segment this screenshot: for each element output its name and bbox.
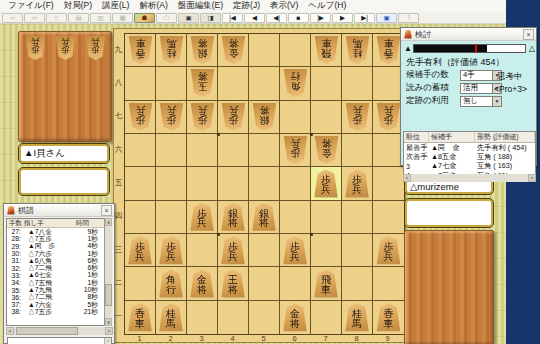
piece-kanji: 銀将: [252, 103, 277, 131]
piece-kanji: 王将: [221, 269, 246, 297]
setting-dropdown-value[interactable]: 活用: [460, 83, 492, 94]
shogi-piece-icon: [7, 206, 15, 215]
piece-kanji: 飛車: [314, 36, 339, 64]
shogi-piece-飛車[interactable]: 飛車: [314, 36, 339, 64]
kifu-window: 棋譜 × 手数指し手時間 27:▲7八金9秒28:△7五歩1秒29:▲同 歩4秒…: [3, 203, 115, 344]
piece-kanji: 歩兵: [159, 236, 184, 264]
shogi-piece-銀将[interactable]: 銀将: [221, 203, 246, 231]
square-8-8[interactable]: [342, 67, 373, 100]
analysis-close-button[interactable]: ×: [523, 29, 534, 40]
move-number: 29:: [7, 243, 22, 250]
move-number: 36:: [7, 294, 22, 301]
square-8-9[interactable]: 桂馬: [342, 34, 373, 67]
shogi-piece-金将[interactable]: 金将: [221, 36, 246, 64]
rank-label-一: 一: [114, 300, 123, 333]
scroll-right-icon[interactable]: >: [528, 174, 536, 182]
menu-item-lecture[interactable]: 講座(L): [97, 0, 134, 12]
analysis-window: 検討 × ▲ △ 先手有利（評価値 454） 候補手の数4手▼読みの蓄積活用▼定…: [400, 27, 537, 166]
gote-info-box: [404, 198, 494, 228]
shogi-piece-玉将[interactable]: 玉将: [190, 69, 215, 97]
piece-kanji: 香車: [128, 303, 153, 331]
square-9-4[interactable]: [373, 201, 404, 234]
piece-kanji: 歩兵: [283, 236, 308, 264]
piece-kanji: 銀将: [221, 203, 246, 231]
candidate-rank: 3: [404, 162, 429, 171]
engine-level: <Pro+3>: [494, 84, 527, 94]
shogi-piece-歩兵[interactable]: 歩兵: [190, 203, 215, 231]
square-5-1[interactable]: [249, 301, 280, 334]
candidate-header-0: 順位: [404, 132, 429, 142]
square-7-7[interactable]: [311, 101, 342, 134]
evaluation-text: 先手有利（評価値 454）: [406, 56, 505, 69]
shogi-piece-香車[interactable]: 香車: [128, 36, 153, 64]
square-1-1[interactable]: 香車: [125, 301, 156, 334]
shogi-piece-歩兵[interactable]: 歩兵: [345, 169, 370, 197]
toolbar-button-edit2[interactable]: ▥: [90, 13, 111, 23]
square-3-7[interactable]: 歩兵: [187, 101, 218, 134]
shogi-piece-歩兵[interactable]: 歩兵: [159, 236, 184, 264]
square-4-1[interactable]: [218, 301, 249, 334]
candidate-move-row[interactable]: 3▲7七金互角 ( 163): [404, 162, 535, 171]
piece-kanji: 歩兵: [345, 103, 370, 131]
square-2-4[interactable]: [156, 201, 187, 234]
file-label-8: 8: [341, 334, 372, 342]
square-5-5[interactable]: [249, 167, 280, 200]
square-7-1[interactable]: [311, 301, 342, 334]
shogi-piece-香車[interactable]: 香車: [376, 36, 401, 64]
toolbar-button-open[interactable]: ▭: [24, 13, 45, 23]
shogi-piece-銀将[interactable]: 銀将: [252, 203, 277, 231]
shogi-piece-歩兵[interactable]: 歩兵: [221, 103, 246, 131]
move-time: 21秒: [74, 307, 98, 317]
piece-kanji: 玉将: [190, 69, 215, 97]
kifu-window-title: 棋譜: [18, 205, 101, 216]
scrollbar-thumb[interactable]: [105, 284, 112, 306]
player-name-gote-label: △murizeme: [410, 181, 459, 192]
evaluation-bar-marker: [475, 44, 477, 53]
analysis-setting-2: 定跡の利用無し▼: [406, 95, 502, 107]
scroll-left-icon[interactable]: <: [6, 327, 14, 335]
square-7-4[interactable]: [311, 201, 342, 234]
shogi-piece-歩兵[interactable]: 歩兵: [55, 36, 76, 60]
square-2-9[interactable]: 桂馬: [156, 34, 187, 67]
square-6-1[interactable]: 金将: [280, 301, 311, 334]
gote-triangle: △: [526, 44, 535, 53]
move-number: 32:: [7, 265, 22, 272]
square-5-6[interactable]: [249, 134, 280, 167]
menu-item-joseki[interactable]: 定跡(J): [228, 0, 265, 12]
square-1-3[interactable]: 歩兵: [125, 234, 156, 267]
toolbar-button-piece-gray[interactable]: ☖: [156, 13, 177, 23]
analysis-window-title: 検討: [415, 29, 523, 40]
shogi-piece-歩兵[interactable]: 歩兵: [128, 236, 153, 264]
square-2-8[interactable]: [156, 67, 187, 100]
file-label-7: 7: [310, 334, 341, 342]
piece-kanji: 金将: [221, 36, 246, 64]
piece-kanji: 桂馬: [159, 36, 184, 64]
square-5-8[interactable]: [249, 67, 280, 100]
piece-kanji: 歩兵: [190, 203, 215, 231]
square-5-3[interactable]: [249, 234, 280, 267]
scrollbar-thumb[interactable]: [16, 327, 78, 335]
piece-kanji: 歩兵: [25, 36, 46, 60]
menu-item-board-edit[interactable]: 盤面編集(E): [173, 0, 228, 12]
move-number: 34:: [7, 279, 22, 286]
square-3-1[interactable]: [187, 301, 218, 334]
piece-kanji: 歩兵: [221, 236, 246, 264]
file-label-6: 6: [279, 334, 310, 342]
square-8-1[interactable]: 桂馬: [342, 301, 373, 334]
rank-label-四: 四: [114, 200, 123, 233]
kifu-close-button[interactable]: ×: [101, 205, 112, 216]
shogi-piece-桂馬[interactable]: 桂馬: [159, 303, 184, 331]
shogi-piece-歩兵[interactable]: 歩兵: [159, 103, 184, 131]
square-1-6[interactable]: [125, 134, 156, 167]
square-4-4[interactable]: 銀将: [218, 201, 249, 234]
piece-kanji: 飛車: [314, 269, 339, 297]
shogi-piece-歩兵[interactable]: 歩兵: [190, 103, 215, 131]
square-6-7[interactable]: [280, 101, 311, 134]
square-2-3[interactable]: 歩兵: [156, 234, 187, 267]
square-1-7[interactable]: 歩兵: [125, 101, 156, 134]
file-label-5: 5: [248, 334, 279, 342]
square-3-2[interactable]: 金将: [187, 267, 218, 300]
piece-kanji: 香車: [128, 36, 153, 64]
hoshi-dot: [217, 233, 220, 236]
square-6-9[interactable]: [280, 34, 311, 67]
evaluation-bar: [413, 44, 526, 53]
move-number: 35:: [7, 287, 22, 294]
candidate-rank: 次善手: [404, 152, 429, 162]
app-window: ファイル(F)対局(P)講座(L)解析(A)盤面編集(E)定跡(J)表示(V)ヘ…: [0, 0, 506, 344]
square-4-2[interactable]: 王将: [218, 267, 249, 300]
shogi-piece-歩兵[interactable]: 歩兵: [314, 169, 339, 197]
square-7-6[interactable]: 金将: [311, 134, 342, 167]
piece-kanji: 金将: [314, 136, 339, 164]
menu-bar: ファイル(F)対局(P)講座(L)解析(A)盤面編集(E)定跡(J)表示(V)ヘ…: [0, 0, 506, 12]
square-6-3[interactable]: 歩兵: [280, 234, 311, 267]
komadai-sente[interactable]: 歩兵歩兵歩兵: [18, 31, 112, 142]
square-3-5[interactable]: [187, 167, 218, 200]
candidate-header-2: 形勢 (評価値): [475, 132, 535, 142]
rank-label-六: 六: [114, 133, 123, 166]
toolbar-button-save[interactable]: ▯: [46, 13, 67, 23]
piece-kanji: 銀将: [190, 36, 215, 64]
rank-label-五: 五: [114, 166, 123, 199]
square-5-9[interactable]: [249, 34, 280, 67]
toolbar-button-nav-back[interactable]: ◀|: [266, 13, 287, 23]
scroll-right-icon[interactable]: >: [105, 327, 113, 335]
square-7-3[interactable]: [311, 234, 342, 267]
analysis-horizontal-scrollbar[interactable]: < >: [403, 174, 536, 182]
square-1-2[interactable]: [125, 267, 156, 300]
piece-kanji: 歩兵: [128, 236, 153, 264]
square-7-9[interactable]: 飛車: [311, 34, 342, 67]
dropdown-arrow-icon[interactable]: ▼: [492, 96, 502, 107]
square-8-4[interactable]: [342, 201, 373, 234]
toolbar-button-piece-colored[interactable]: ☗: [134, 13, 155, 23]
piece-kanji: 香車: [376, 36, 401, 64]
shogi-piece-銀将[interactable]: 銀将: [190, 36, 215, 64]
kifu-titlebar[interactable]: 棋譜 ×: [4, 204, 114, 217]
square-9-1[interactable]: 香車: [373, 301, 404, 334]
setting-dropdown-value[interactable]: 無し: [460, 96, 492, 107]
file-label-2: 2: [155, 334, 186, 342]
piece-kanji: 金将: [283, 303, 308, 331]
square-8-3[interactable]: [342, 234, 373, 267]
move-text: △7五歩: [22, 307, 74, 317]
toolbar-button-monitor[interactable]: ▣: [376, 13, 397, 23]
setting-label: 定跡の利用: [406, 95, 456, 107]
square-5-4[interactable]: 銀将: [249, 201, 280, 234]
square-4-3[interactable]: 歩兵: [218, 234, 249, 267]
square-2-7[interactable]: 歩兵: [156, 101, 187, 134]
square-5-7[interactable]: 銀将: [249, 101, 280, 134]
screen: ファイル(F)対局(P)講座(L)解析(A)盤面編集(E)定跡(J)表示(V)ヘ…: [0, 0, 540, 344]
shogi-piece-歩兵[interactable]: 歩兵: [283, 236, 308, 264]
square-6-4[interactable]: [280, 201, 311, 234]
player-name-sente-label: ▲I貝さん: [24, 147, 65, 160]
shogi-piece-金将[interactable]: 金将: [190, 269, 215, 297]
candidate-move-row[interactable]: 最善手▲同 金先手有利 ( 454): [404, 143, 535, 152]
scroll-down-icon[interactable]: ∨: [105, 318, 112, 326]
toolbar-button-help-q[interactable]: ?: [398, 13, 419, 23]
shogi-piece-歩兵[interactable]: 歩兵: [283, 136, 308, 164]
piece-kanji: 金将: [190, 269, 215, 297]
move-number: 31:: [7, 257, 22, 264]
piece-kanji: 角行: [159, 269, 184, 297]
rank-label-八: 八: [114, 66, 123, 99]
analysis-titlebar[interactable]: 検討 ×: [401, 28, 536, 41]
move-number: 27:: [7, 228, 22, 235]
shogi-piece-歩兵[interactable]: 歩兵: [221, 236, 246, 264]
square-1-5[interactable]: [125, 167, 156, 200]
sente-triangle: ▲: [404, 44, 413, 53]
kifu-vertical-scrollbar[interactable]: ∧ ∨: [104, 218, 112, 326]
toolbar-button-board-tool-1[interactable]: ▣: [178, 13, 199, 23]
square-8-6[interactable]: [342, 134, 373, 167]
hoshi-dot: [217, 133, 220, 136]
analysis-setting-1: 読みの蓄積活用▼: [406, 82, 502, 94]
piece-kanji: 歩兵: [55, 36, 76, 60]
square-3-9[interactable]: 銀将: [187, 34, 218, 67]
piece-kanji: 角行: [283, 69, 308, 97]
square-4-7[interactable]: 歩兵: [218, 101, 249, 134]
shogi-piece-歩兵[interactable]: 歩兵: [376, 236, 401, 264]
square-8-2[interactable]: [342, 267, 373, 300]
square-2-2[interactable]: 角行: [156, 267, 187, 300]
square-1-4[interactable]: [125, 201, 156, 234]
file-label-3: 3: [186, 334, 217, 342]
shogi-piece-香車[interactable]: 香車: [128, 303, 153, 331]
move-number: 38:: [7, 308, 22, 315]
square-2-6[interactable]: [156, 134, 187, 167]
piece-kanji: 歩兵: [221, 103, 246, 131]
hoshi-dot: [310, 233, 313, 236]
shogi-piece-飛車[interactable]: 飛車: [314, 269, 339, 297]
shogi-piece-歩兵[interactable]: 歩兵: [25, 36, 46, 60]
kifu-horizontal-scrollbar[interactable]: < >: [6, 327, 113, 335]
kifu-move-list[interactable]: 手数指し手時間 27:▲7八金9秒28:△7五歩1秒29:▲同 歩4秒30:△7…: [6, 218, 105, 326]
menu-item-help[interactable]: ヘルプ(H): [303, 0, 351, 12]
square-5-2[interactable]: [249, 267, 280, 300]
kifu-comment-box[interactable]: ∧∨: [7, 337, 112, 344]
square-9-3[interactable]: 歩兵: [373, 234, 404, 267]
rank-label-七: 七: [114, 100, 123, 133]
square-3-3[interactable]: [187, 234, 218, 267]
file-label-9: 9: [372, 334, 403, 342]
shogi-piece-歩兵[interactable]: 歩兵: [376, 103, 401, 131]
toolbar-button-edit1[interactable]: ▤: [68, 13, 89, 23]
sente-info-box: [18, 167, 110, 196]
shogi-piece-歩兵[interactable]: 歩兵: [85, 36, 106, 60]
analysis-setting-0: 候補手の数4手▼: [406, 69, 502, 81]
piece-kanji: 桂馬: [345, 303, 370, 331]
komadai-gote[interactable]: [404, 230, 494, 344]
shogi-piece-銀将[interactable]: 銀将: [252, 103, 277, 131]
shogi-piece-桂馬[interactable]: 桂馬: [159, 36, 184, 64]
shogi-piece-歩兵[interactable]: 歩兵: [345, 103, 370, 131]
square-2-1[interactable]: 桂馬: [156, 301, 187, 334]
shogi-board: 香車桂馬銀将金将飛車桂馬香車玉将角行歩兵歩兵歩兵歩兵銀将歩兵歩兵歩兵金将歩兵歩兵…: [113, 28, 406, 343]
square-6-2[interactable]: [280, 267, 311, 300]
move-number: 28:: [7, 235, 22, 242]
square-4-8[interactable]: [218, 67, 249, 100]
piece-kanji: 歩兵: [376, 103, 401, 131]
shogi-piece-金将[interactable]: 金将: [314, 136, 339, 164]
menu-item-play[interactable]: 対局(P): [59, 0, 97, 12]
square-4-5[interactable]: [218, 167, 249, 200]
scroll-left-icon[interactable]: <: [403, 174, 411, 182]
kifu-header-0: 手数: [7, 219, 22, 227]
toolbar-button-nav-stop[interactable]: ■: [288, 13, 309, 23]
shogi-piece-香車[interactable]: 香車: [376, 303, 401, 331]
comment-scrollbar[interactable]: ∧∨: [104, 338, 111, 344]
piece-kanji: 銀将: [252, 203, 277, 231]
square-7-2[interactable]: 飛車: [311, 267, 342, 300]
shogi-piece-角行[interactable]: 角行: [283, 69, 308, 97]
file-label-4: 4: [217, 334, 248, 342]
piece-kanji: 歩兵: [283, 136, 308, 164]
piece-kanji: 歩兵: [85, 36, 106, 60]
square-3-8[interactable]: 玉将: [187, 67, 218, 100]
menu-item-file[interactable]: ファイル(F): [3, 0, 59, 12]
square-6-8[interactable]: 角行: [280, 67, 311, 100]
setting-label: 候補手の数: [406, 69, 456, 81]
rank-label-三: 三: [114, 233, 123, 266]
square-1-9[interactable]: 香車: [125, 34, 156, 67]
toolbar-button-new[interactable]: ▱: [2, 13, 23, 23]
shogi-piece-金将[interactable]: 金将: [283, 303, 308, 331]
toolbar-button-nav-back10[interactable]: ◀: [244, 13, 265, 23]
candidate-header-1: 候補手: [429, 132, 475, 142]
file-label-1: 1: [124, 334, 155, 342]
square-1-8[interactable]: [125, 67, 156, 100]
move-number: 37:: [7, 301, 22, 308]
piece-kanji: 桂馬: [345, 36, 370, 64]
setting-dropdown-value[interactable]: 4手: [460, 70, 492, 81]
candidate-table-header: 順位候補手形勢 (評価値): [404, 132, 535, 143]
piece-kanji: 歩兵: [376, 236, 401, 264]
move-number: 30:: [7, 250, 22, 257]
shogi-piece-角行[interactable]: 角行: [159, 269, 184, 297]
shogi-piece-桂馬[interactable]: 桂馬: [345, 36, 370, 64]
square-7-5[interactable]: 歩兵: [311, 167, 342, 200]
rank-label-九: 九: [114, 33, 123, 66]
rank-label-二: 二: [114, 266, 123, 299]
piece-kanji: 歩兵: [159, 103, 184, 131]
toolbar-button-board-tool-2[interactable]: ◨: [200, 13, 221, 23]
kifu-move-row[interactable]: 38:△7五歩21秒: [7, 308, 104, 315]
board-grid: 香車桂馬銀将金将飛車桂馬香車玉将角行歩兵歩兵歩兵歩兵銀将歩兵歩兵歩兵金将歩兵歩兵…: [124, 33, 405, 335]
square-2-5[interactable]: [156, 167, 187, 200]
toolbar-button-edit3[interactable]: ▦: [112, 13, 133, 23]
square-3-6[interactable]: [187, 134, 218, 167]
toolbar: ▱▭▯▤▥▦☗☖▣◨|◀◀◀|■|▶▶▶|▣?: [0, 12, 506, 24]
shogi-piece-歩兵[interactable]: 歩兵: [128, 103, 153, 131]
piece-kanji: 歩兵: [314, 169, 339, 197]
square-8-7[interactable]: 歩兵: [342, 101, 373, 134]
square-7-8[interactable]: [311, 67, 342, 100]
square-6-6[interactable]: 歩兵: [280, 134, 311, 167]
toolbar-button-nav-fwd10[interactable]: ▶: [332, 13, 353, 23]
toolbar-button-nav-last[interactable]: ▶|: [354, 13, 375, 23]
setting-label: 読みの蓄積: [406, 82, 456, 94]
piece-kanji: 香車: [376, 303, 401, 331]
scroll-up-icon[interactable]: ∧: [105, 218, 112, 226]
square-8-5[interactable]: 歩兵: [342, 167, 373, 200]
move-number: 33:: [7, 272, 22, 279]
menu-item-analysis[interactable]: 解析(A): [134, 0, 172, 12]
menu-item-view[interactable]: 表示(V): [265, 0, 303, 12]
square-9-5[interactable]: [373, 167, 404, 200]
square-9-2[interactable]: [373, 267, 404, 300]
shogi-piece-王将[interactable]: 王将: [221, 269, 246, 297]
player-name-sente: ▲I貝さん: [18, 143, 110, 164]
square-4-6[interactable]: [218, 134, 249, 167]
piece-kanji: 歩兵: [345, 169, 370, 197]
toolbar-button-nav-first[interactable]: |◀: [222, 13, 243, 23]
toolbar-button-nav-fwd[interactable]: |▶: [310, 13, 331, 23]
piece-kanji: 歩兵: [190, 103, 215, 131]
piece-kanji: 歩兵: [128, 103, 153, 131]
candidate-move-row[interactable]: 次善手▲8五金互角 ( 188): [404, 152, 535, 161]
shogi-piece-icon: [404, 30, 412, 39]
hoshi-dot: [310, 133, 313, 136]
square-4-9[interactable]: 金将: [218, 34, 249, 67]
piece-kanji: 桂馬: [159, 303, 184, 331]
shogi-piece-桂馬[interactable]: 桂馬: [345, 303, 370, 331]
thinking-status: 思考中: [497, 71, 523, 83]
square-6-5[interactable]: [280, 167, 311, 200]
square-3-4[interactable]: 歩兵: [187, 201, 218, 234]
